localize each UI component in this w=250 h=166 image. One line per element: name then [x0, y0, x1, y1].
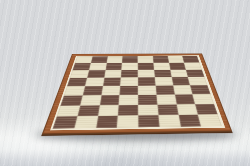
square-e3[interactable]: [138, 95, 157, 105]
square-h3[interactable]: [193, 94, 214, 104]
board-scene: [42, 54, 232, 134]
square-b2[interactable]: [77, 105, 99, 116]
square-f5[interactable]: [155, 77, 173, 85]
square-h2[interactable]: [195, 104, 218, 115]
square-c2[interactable]: [98, 105, 119, 116]
square-b3[interactable]: [80, 95, 101, 105]
square-f3[interactable]: [156, 94, 176, 104]
square-d5[interactable]: [120, 77, 138, 85]
square-h4[interactable]: [190, 85, 210, 94]
square-f6[interactable]: [154, 70, 171, 78]
square-d4[interactable]: [120, 86, 138, 95]
squares-grid: [53, 56, 222, 129]
square-b4[interactable]: [83, 86, 103, 95]
square-c5[interactable]: [103, 78, 121, 86]
square-b1[interactable]: [74, 116, 97, 128]
square-c3[interactable]: [99, 95, 119, 105]
square-e5[interactable]: [138, 77, 156, 85]
square-d1[interactable]: [117, 115, 138, 127]
square-e2[interactable]: [138, 104, 158, 115]
square-b6[interactable]: [87, 70, 105, 78]
square-f4[interactable]: [155, 85, 174, 94]
square-f2[interactable]: [157, 104, 178, 115]
square-h6[interactable]: [186, 69, 205, 77]
square-d2[interactable]: [118, 105, 138, 116]
square-d3[interactable]: [119, 95, 138, 105]
square-h1[interactable]: [198, 114, 222, 126]
square-b5[interactable]: [85, 78, 104, 86]
square-c6[interactable]: [104, 70, 122, 78]
square-f1[interactable]: [158, 115, 180, 127]
square-c4[interactable]: [101, 86, 120, 95]
photo-backdrop: [0, 0, 250, 166]
square-e1[interactable]: [138, 115, 159, 127]
square-e4[interactable]: [138, 86, 156, 95]
square-c1[interactable]: [96, 116, 118, 128]
square-h5[interactable]: [188, 77, 207, 85]
square-e6[interactable]: [138, 70, 155, 78]
square-d6[interactable]: [121, 70, 138, 78]
chessboard: [42, 54, 232, 134]
